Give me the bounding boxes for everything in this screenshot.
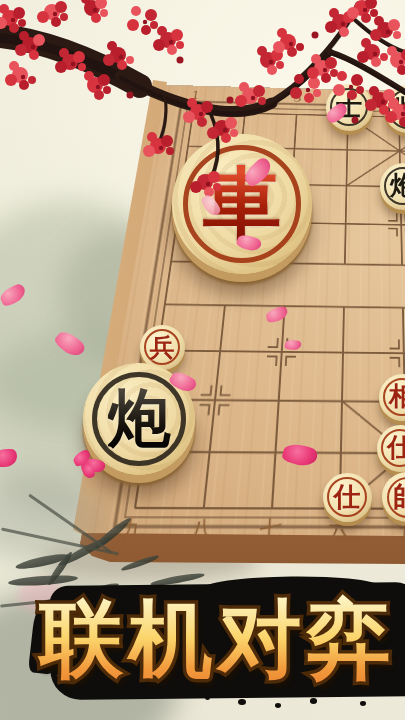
piece-character: 相 (389, 384, 405, 410)
piece-red-d1[interactable]: 仕 (323, 473, 372, 522)
piece-character: 帥 (393, 483, 405, 511)
piece-character: 仕 (334, 484, 361, 511)
app-screen: 123456789九八七六五四三二一 士將炮車兵炮相仕仕帥 联机对弈 联机对弈 … (0, 0, 405, 720)
piece-character: 兵 (150, 335, 175, 360)
piece-character: 仕 (387, 435, 405, 461)
online-play-title[interactable]: 联机对弈 (30, 592, 405, 688)
piece-character: 炮 (108, 388, 171, 451)
svg-text:八: 八 (189, 517, 214, 543)
svg-text:七: 七 (258, 517, 282, 543)
